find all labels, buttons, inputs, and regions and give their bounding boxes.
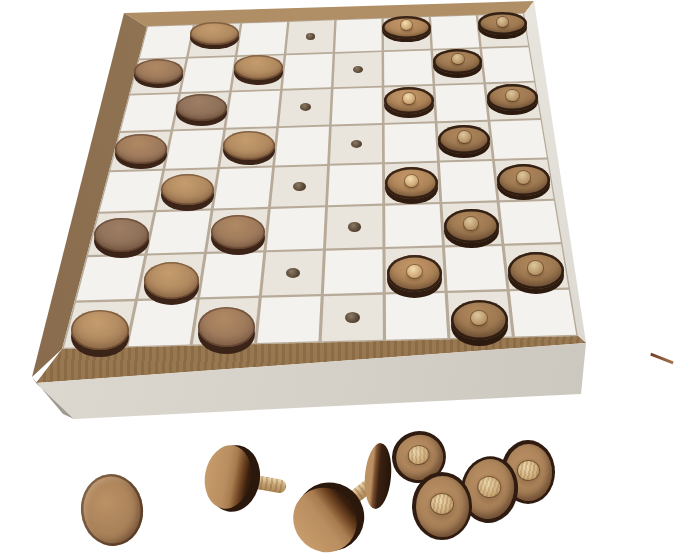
photo-artifact-stroke bbox=[650, 353, 673, 364]
loose-flat-1-face bbox=[77, 471, 146, 549]
piece-flat-a8-face bbox=[71, 310, 128, 350]
piece-flat-b7-face bbox=[144, 262, 200, 299]
piece-pegged-h7 bbox=[508, 252, 564, 294]
piece-pegged-h3-peg bbox=[506, 90, 518, 101]
piece-pegged-f7 bbox=[387, 255, 443, 297]
piece-pegged-h7-peg bbox=[528, 261, 543, 274]
peg-hole-e2 bbox=[353, 66, 363, 73]
piece-flat-a4 bbox=[115, 134, 167, 168]
piece-flat-b1-face bbox=[190, 22, 239, 45]
piece-pegged-g2-peg bbox=[452, 54, 464, 65]
piece-flat-a6 bbox=[94, 218, 148, 258]
piece-pegged-h1 bbox=[478, 12, 527, 39]
piece-pegged-f3 bbox=[384, 87, 435, 118]
piece-flat-a8 bbox=[71, 310, 128, 357]
piece-pegged-g8-peg bbox=[471, 311, 487, 325]
piece-pegged-g8 bbox=[451, 300, 508, 346]
piece-flat-c6 bbox=[211, 215, 265, 255]
piece-flat-a6-face bbox=[94, 218, 148, 252]
piece-flat-c4-face bbox=[223, 131, 275, 160]
piece-pegged-h3 bbox=[487, 84, 538, 115]
piece-flat-c8 bbox=[198, 307, 255, 354]
piece-pegged-g4 bbox=[438, 125, 490, 159]
piece-flat-c4 bbox=[223, 131, 275, 165]
loose-pegged-4-disc bbox=[362, 442, 394, 510]
piece-flat-b3-face bbox=[176, 94, 227, 121]
piece-pegged-f1 bbox=[382, 16, 431, 43]
piece-flat-b1 bbox=[190, 22, 239, 49]
piece-pegged-f7-peg bbox=[407, 265, 422, 278]
piece-flat-b5-face bbox=[161, 174, 214, 206]
peg-hole-e6 bbox=[348, 222, 362, 232]
piece-pegged-g2 bbox=[433, 49, 483, 78]
loose-pegged-5-peg bbox=[518, 461, 539, 480]
photo-scene bbox=[0, 0, 700, 560]
piece-pegged-h5-peg bbox=[517, 171, 531, 183]
piece-flat-a4-face bbox=[115, 134, 167, 163]
piece-pegged-g6-peg bbox=[464, 217, 478, 230]
piece-pegged-f5 bbox=[385, 167, 438, 203]
piece-flat-a2 bbox=[134, 59, 184, 88]
piece-flat-b5 bbox=[161, 174, 214, 211]
piece-pegged-g4-peg bbox=[458, 131, 471, 143]
piece-pegged-g6 bbox=[444, 209, 498, 248]
piece-flat-c2 bbox=[234, 55, 284, 84]
piece-flat-c8-face bbox=[198, 307, 255, 347]
peg-hole-d5 bbox=[293, 182, 306, 191]
piece-pegged-h5 bbox=[497, 164, 550, 200]
piece-flat-a2-face bbox=[134, 59, 184, 84]
piece-flat-b3 bbox=[176, 94, 227, 126]
piece-pegged-h1-peg bbox=[497, 17, 508, 27]
piece-pegged-f5-peg bbox=[405, 175, 419, 187]
piece-flat-b7 bbox=[144, 262, 200, 305]
